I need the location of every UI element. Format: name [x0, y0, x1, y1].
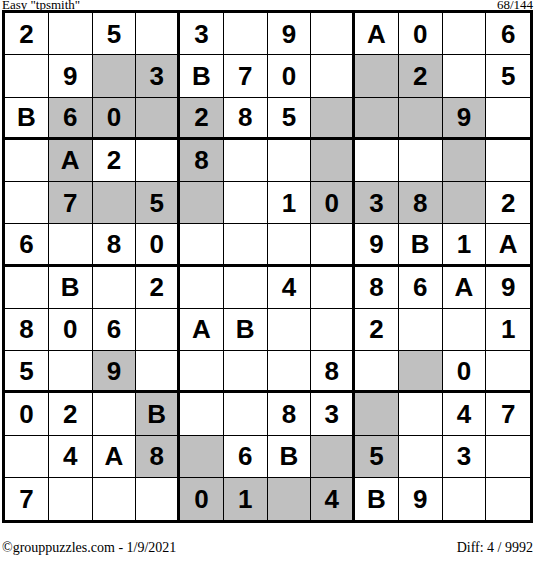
difficulty-text: Diff: 4 / 9992 [457, 540, 533, 556]
cell-r4c6[interactable] [224, 140, 268, 182]
cell-r7c7[interactable]: 4 [268, 267, 312, 309]
cell-r12c4[interactable] [136, 478, 180, 520]
cell-r9c11[interactable]: 0 [443, 351, 487, 393]
cell-r6c6[interactable] [224, 224, 268, 266]
cell-r8c3[interactable]: 6 [93, 309, 137, 351]
cell-r7c10[interactable]: 6 [399, 267, 443, 309]
cell-r11c9[interactable]: 5 [355, 436, 399, 478]
cell-r11c7[interactable]: B [268, 436, 312, 478]
cell-r1c4[interactable] [136, 13, 180, 55]
cell-r10c12[interactable]: 7 [486, 393, 530, 435]
cell-r6c12[interactable]: A [486, 224, 530, 266]
cell-r10c4[interactable]: B [136, 393, 180, 435]
cell-r8c9[interactable]: 2 [355, 309, 399, 351]
cell-r12c5[interactable]: 0 [180, 478, 224, 520]
cell-r11c8[interactable] [311, 436, 355, 478]
cell-r9c12[interactable] [486, 351, 530, 393]
cell-r12c2[interactable] [49, 478, 93, 520]
cell-r7c8[interactable] [311, 267, 355, 309]
cell-r7c5[interactable] [180, 267, 224, 309]
cell-r7c4[interactable]: 2 [136, 267, 180, 309]
cell-r6c4[interactable]: 0 [136, 224, 180, 266]
puzzle-page: Easy "tpsmith" 68/144 2539A0693B7025B602… [0, 0, 535, 568]
cell-r11c1[interactable] [5, 436, 49, 478]
cell-r4c11[interactable] [443, 140, 487, 182]
cell-r5c2[interactable]: 7 [49, 182, 93, 224]
cell-r3c8[interactable] [311, 98, 355, 140]
cell-r2c12[interactable]: 5 [486, 55, 530, 97]
cell-r7c3[interactable] [93, 267, 137, 309]
cell-r6c11[interactable]: 1 [443, 224, 487, 266]
cell-r4c9[interactable] [355, 140, 399, 182]
cell-r9c4[interactable] [136, 351, 180, 393]
cell-r1c10[interactable]: 0 [399, 13, 443, 55]
cell-r5c12[interactable]: 2 [486, 182, 530, 224]
cell-r8c12[interactable]: 1 [486, 309, 530, 351]
cell-r5c6[interactable] [224, 182, 268, 224]
copyright-text: ©grouppuzzles.com - 1/9/2021 [2, 540, 176, 556]
cell-r9c8[interactable]: 8 [311, 351, 355, 393]
cell-r10c8[interactable]: 3 [311, 393, 355, 435]
cell-r8c10[interactable] [399, 309, 443, 351]
cell-r5c3[interactable] [93, 182, 137, 224]
cell-r2c11[interactable] [443, 55, 487, 97]
footer: ©grouppuzzles.com - 1/9/2021 Diff: 4 / 9… [2, 540, 533, 556]
cell-r3c9[interactable] [355, 98, 399, 140]
cell-r10c7[interactable]: 8 [268, 393, 312, 435]
cell-r5c10[interactable]: 8 [399, 182, 443, 224]
cell-r9c7[interactable] [268, 351, 312, 393]
cell-r12c8[interactable]: 4 [311, 478, 355, 520]
cell-r3c11[interactable]: 9 [443, 98, 487, 140]
cell-r11c2[interactable]: 4 [49, 436, 93, 478]
cell-r1c2[interactable] [49, 13, 93, 55]
cell-r4c3[interactable]: 2 [93, 140, 137, 182]
cell-r9c9[interactable] [355, 351, 399, 393]
cell-r4c10[interactable] [399, 140, 443, 182]
cell-r11c6[interactable]: 6 [224, 436, 268, 478]
cell-r12c11[interactable] [443, 478, 487, 520]
cell-r11c5[interactable] [180, 436, 224, 478]
cell-r4c5[interactable]: 8 [180, 140, 224, 182]
cell-r11c3[interactable]: A [93, 436, 137, 478]
cell-r1c9[interactable]: A [355, 13, 399, 55]
cell-r4c7[interactable] [268, 140, 312, 182]
cell-r1c6[interactable] [224, 13, 268, 55]
cell-r3c4[interactable] [136, 98, 180, 140]
cell-r12c9[interactable]: B [355, 478, 399, 520]
cell-r9c3[interactable]: 9 [93, 351, 137, 393]
cell-r3c7[interactable]: 5 [268, 98, 312, 140]
cell-r9c6[interactable] [224, 351, 268, 393]
cell-r1c11[interactable] [443, 13, 487, 55]
cell-r1c7[interactable]: 9 [268, 13, 312, 55]
cell-r3c6[interactable]: 8 [224, 98, 268, 140]
cell-r8c7[interactable] [268, 309, 312, 351]
cell-r10c2[interactable]: 2 [49, 393, 93, 435]
cell-r1c1[interactable]: 2 [5, 13, 49, 55]
cell-r12c3[interactable] [93, 478, 137, 520]
cell-r6c7[interactable] [268, 224, 312, 266]
cell-r12c10[interactable]: 9 [399, 478, 443, 520]
cell-r12c6[interactable]: 1 [224, 478, 268, 520]
cell-r10c5[interactable] [180, 393, 224, 435]
cell-r2c8[interactable] [311, 55, 355, 97]
cell-r4c8[interactable] [311, 140, 355, 182]
cell-r4c12[interactable] [486, 140, 530, 182]
cell-r9c5[interactable] [180, 351, 224, 393]
cell-r7c2[interactable]: B [49, 267, 93, 309]
cell-r10c1[interactable]: 0 [5, 393, 49, 435]
cell-r8c6[interactable]: B [224, 309, 268, 351]
cell-r10c11[interactable]: 4 [443, 393, 487, 435]
cell-r4c4[interactable] [136, 140, 180, 182]
cell-r6c2[interactable] [49, 224, 93, 266]
cell-r6c5[interactable] [180, 224, 224, 266]
cell-r3c5[interactable]: 2 [180, 98, 224, 140]
cell-r5c9[interactable]: 3 [355, 182, 399, 224]
cell-r8c4[interactable] [136, 309, 180, 351]
cell-r3c2[interactable]: 6 [49, 98, 93, 140]
cell-r1c12[interactable]: 6 [486, 13, 530, 55]
cell-r3c3[interactable]: 0 [93, 98, 137, 140]
cell-r11c11[interactable]: 3 [443, 436, 487, 478]
cell-r9c2[interactable] [49, 351, 93, 393]
cell-r5c11[interactable] [443, 182, 487, 224]
cell-r11c4[interactable]: 8 [136, 436, 180, 478]
cell-r7c11[interactable]: A [443, 267, 487, 309]
cell-r7c9[interactable]: 8 [355, 267, 399, 309]
cell-r5c8[interactable]: 0 [311, 182, 355, 224]
cell-r2c1[interactable] [5, 55, 49, 97]
cell-r2c7[interactable]: 0 [268, 55, 312, 97]
cell-r3c12[interactable] [486, 98, 530, 140]
cell-r7c12[interactable]: 9 [486, 267, 530, 309]
cell-r11c12[interactable] [486, 436, 530, 478]
cell-r8c11[interactable] [443, 309, 487, 351]
cell-r10c9[interactable] [355, 393, 399, 435]
cell-r2c4[interactable]: 3 [136, 55, 180, 97]
cell-r1c8[interactable] [311, 13, 355, 55]
cell-r5c5[interactable] [180, 182, 224, 224]
cell-r1c3[interactable]: 5 [93, 13, 137, 55]
cell-r2c9[interactable] [355, 55, 399, 97]
cell-r7c6[interactable] [224, 267, 268, 309]
cell-r6c1[interactable]: 6 [5, 224, 49, 266]
cell-r12c12[interactable] [486, 478, 530, 520]
cell-r8c2[interactable]: 0 [49, 309, 93, 351]
cell-r6c10[interactable]: B [399, 224, 443, 266]
cell-r5c7[interactable]: 1 [268, 182, 312, 224]
cell-r6c3[interactable]: 8 [93, 224, 137, 266]
cell-r8c1[interactable]: 8 [5, 309, 49, 351]
cell-r9c10[interactable] [399, 351, 443, 393]
cell-r3c1[interactable]: B [5, 98, 49, 140]
cell-r2c10[interactable]: 2 [399, 55, 443, 97]
sudoku-board[interactable]: 2539A0693B7025B602859A2875103826809B1AB2… [2, 10, 533, 523]
cell-r11c10[interactable] [399, 436, 443, 478]
cell-r12c7[interactable] [268, 478, 312, 520]
cell-r3c10[interactable] [399, 98, 443, 140]
cell-r6c8[interactable] [311, 224, 355, 266]
cell-r7c1[interactable] [5, 267, 49, 309]
cell-r8c8[interactable] [311, 309, 355, 351]
cell-r2c5[interactable]: B [180, 55, 224, 97]
cell-r9c1[interactable]: 5 [5, 351, 49, 393]
cell-r2c3[interactable] [93, 55, 137, 97]
cell-r1c5[interactable]: 3 [180, 13, 224, 55]
cell-r12c1[interactable]: 7 [5, 478, 49, 520]
cell-r2c2[interactable]: 9 [49, 55, 93, 97]
cell-r10c3[interactable] [93, 393, 137, 435]
cell-r2c6[interactable]: 7 [224, 55, 268, 97]
cell-r5c1[interactable] [5, 182, 49, 224]
cell-r10c6[interactable] [224, 393, 268, 435]
cell-r8c5[interactable]: A [180, 309, 224, 351]
cell-r6c9[interactable]: 9 [355, 224, 399, 266]
cell-r10c10[interactable] [399, 393, 443, 435]
cell-r4c1[interactable] [5, 140, 49, 182]
cell-r5c4[interactable]: 5 [136, 182, 180, 224]
cell-r4c2[interactable]: A [49, 140, 93, 182]
